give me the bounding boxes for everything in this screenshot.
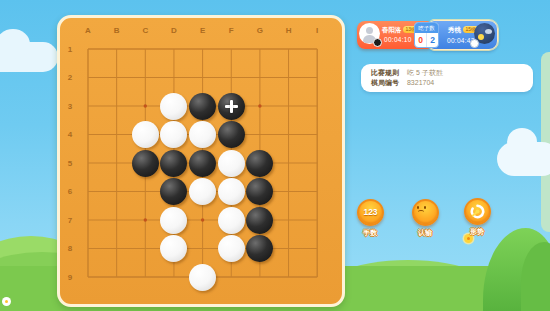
black-player-name: 春阳洛 xyxy=(382,26,402,35)
white-captures-count: 2 xyxy=(427,33,438,47)
black-stone-F4 xyxy=(218,121,245,148)
bush xyxy=(483,228,550,311)
gauge-icon xyxy=(470,204,485,219)
cloud xyxy=(0,42,58,72)
black-stone-G7 xyxy=(246,207,273,234)
white-stone-C4 xyxy=(132,121,159,148)
black-stone-E3 xyxy=(189,93,216,120)
white-stone-E6 xyxy=(189,178,216,205)
capture-counter: 吃子数 0 2 xyxy=(414,22,439,48)
rule-value: 吃 5 子获胜 xyxy=(407,69,443,76)
capture-counter-label: 吃子数 xyxy=(415,23,438,33)
black-captures-count: 0 xyxy=(415,33,427,47)
cloud xyxy=(497,142,550,176)
estimate-button[interactable] xyxy=(464,198,491,225)
black-stone-indicator-icon xyxy=(373,38,382,47)
rule-label: 比赛规则 xyxy=(371,69,399,76)
white-stone-F8 xyxy=(218,235,245,262)
person-icon xyxy=(366,27,373,34)
black-stone-E5 xyxy=(189,150,216,177)
white-stone-E9 xyxy=(189,264,216,291)
black-stone-D5 xyxy=(160,150,187,177)
game-screen: ABCDEFGHI123456789 春阳洛 13级 00:04:10 吃子数 … xyxy=(0,0,550,311)
game-id-label: 棋局编号 xyxy=(371,79,399,86)
resign-button[interactable] xyxy=(412,199,439,226)
game-id-value: 8321704 xyxy=(407,79,434,86)
last-move-cursor xyxy=(224,99,239,114)
white-stone-indicator-icon xyxy=(470,39,479,48)
black-player-clock: 00:04:10 xyxy=(384,36,412,43)
black-stone-C5 xyxy=(132,150,159,177)
white-stone-D3 xyxy=(160,93,187,120)
white-stone-E4 xyxy=(189,121,216,148)
match-info-card: 比赛规则 吃 5 子获胜 棋局编号 8321704 xyxy=(361,64,533,92)
123-icon: 123 xyxy=(359,201,382,224)
estimate-button-label: 形势 xyxy=(455,227,499,237)
flower xyxy=(2,297,11,306)
white-stone-D7 xyxy=(160,207,187,234)
move-count-button[interactable]: 123 xyxy=(357,199,384,226)
move-count-button-label: 手数 xyxy=(348,228,392,238)
go-board[interactable]: ABCDEFGHI123456789 xyxy=(57,15,345,307)
black-stone-G5 xyxy=(246,150,273,177)
white-stone-F5 xyxy=(218,150,245,177)
white-stone-F6 xyxy=(218,178,245,205)
white-player-name: 秀桃 xyxy=(448,26,461,35)
white-stone-F7 xyxy=(218,207,245,234)
resign-button-label: 认输 xyxy=(403,228,447,238)
